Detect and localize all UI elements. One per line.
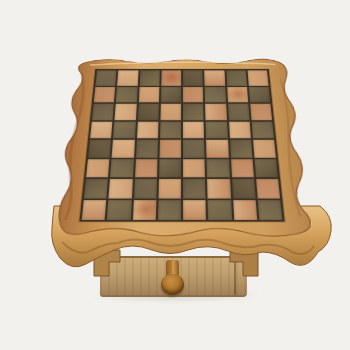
square-r0c7-light-empty [247, 70, 268, 85]
square-r0c2-dark-empty [139, 70, 159, 85]
square-r3c6-light-empty [229, 121, 251, 138]
square-r7c6-light-empty [233, 200, 257, 220]
square-r3c4-light-empty [183, 121, 204, 138]
square-r0c4-dark-empty [183, 70, 203, 85]
square-r5c5-dark-empty [207, 159, 230, 177]
square-r3c3-dark-empty [160, 121, 181, 138]
square-r2c6-dark-empty [228, 104, 250, 120]
square-r6c6-dark-empty [232, 179, 256, 198]
square-r7c2-light-empty [132, 200, 156, 220]
square-r3c1-dark-empty [113, 121, 135, 138]
drawer-knob [160, 260, 184, 300]
square-r0c1-light-empty [117, 70, 138, 85]
square-r6c4-dark-empty [183, 179, 206, 198]
square-r7c7-dark-empty [258, 200, 283, 220]
product-photo [0, 0, 350, 350]
square-r1c6-light-empty [227, 87, 248, 103]
square-r4c4-dark-empty [183, 140, 205, 158]
square-r6c7-light-empty [256, 179, 280, 198]
square-r0c3-light-empty [161, 70, 181, 85]
square-r3c7-dark-empty [251, 121, 274, 138]
square-r4c5-light-empty [206, 140, 228, 158]
square-r1c7-dark-empty [249, 87, 271, 103]
chessboard-grid [79, 69, 284, 221]
square-r6c0-dark-empty [84, 179, 108, 198]
square-r7c0-light-empty [82, 200, 107, 220]
square-r2c1-light-empty [115, 104, 137, 120]
square-r3c5-dark-empty [206, 121, 228, 138]
square-r1c0-light-empty [94, 87, 116, 103]
square-r7c5-dark-empty [208, 200, 232, 220]
square-r1c5-dark-empty [205, 87, 226, 103]
square-r2c5-light-empty [205, 104, 226, 120]
square-r4c7-light-empty [253, 140, 276, 158]
square-r5c7-dark-empty [254, 159, 278, 177]
square-r5c3-dark-empty [159, 159, 181, 177]
square-r1c3-dark-empty [161, 87, 181, 103]
square-r3c2-light-empty [137, 121, 159, 138]
square-r5c1-dark-empty [110, 159, 133, 177]
square-r7c4-light-empty [183, 200, 206, 220]
square-r6c5-light-empty [207, 179, 230, 198]
square-r5c0-light-empty [86, 159, 110, 177]
square-r0c5-light-empty [204, 70, 224, 85]
square-r6c3-light-empty [158, 179, 181, 198]
chessboard-tabletop [48, 55, 316, 242]
square-r1c1-dark-empty [116, 87, 137, 103]
square-r7c3-dark-empty [158, 200, 181, 220]
square-r4c6-dark-empty [230, 140, 253, 158]
square-r5c6-light-empty [231, 159, 254, 177]
square-r1c4-light-empty [183, 87, 203, 103]
square-r2c2-dark-empty [137, 104, 158, 120]
square-r2c0-dark-empty [92, 104, 114, 120]
square-r4c0-dark-empty [88, 140, 111, 158]
drawer-seam [234, 258, 236, 295]
square-r5c2-light-empty [135, 159, 158, 177]
square-r6c1-light-empty [109, 179, 133, 198]
square-r0c6-dark-empty [226, 70, 247, 85]
square-r7c1-dark-empty [107, 200, 131, 220]
square-r6c2-dark-empty [134, 179, 157, 198]
square-r0c0-dark-empty [95, 70, 116, 85]
square-r2c7-light-empty [250, 104, 272, 120]
square-r5c4-light-empty [183, 159, 205, 177]
square-r4c2-dark-empty [136, 140, 158, 158]
square-r2c3-light-empty [160, 104, 181, 120]
knob-cap [161, 274, 184, 295]
square-r4c1-light-empty [112, 140, 135, 158]
square-r4c3-light-empty [159, 140, 181, 158]
square-r3c0-light-empty [90, 121, 113, 138]
square-r2c4-dark-empty [183, 104, 204, 120]
square-r1c2-light-empty [138, 87, 159, 103]
